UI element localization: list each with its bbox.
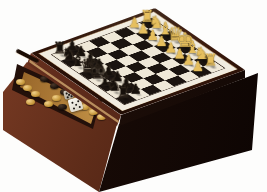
yellow-checker-disc [16, 79, 25, 85]
black-rook-piece: ♜ [115, 84, 130, 100]
black-checker-disc [58, 104, 67, 110]
yellow-checker-disc [23, 85, 32, 91]
yellow-checker-disc [26, 99, 35, 105]
chess-set-photo: ♜♞♝♛♚♝♞♜♟♟♟♟♟♟♟♟♟♟♟♟♟♟♟♟♜♞♝♛♚♝♞♜ [0, 0, 267, 192]
yellow-checker-disc [44, 101, 53, 107]
die-pip [71, 101, 74, 104]
die-pip [70, 95, 72, 97]
yellow-checker-disc [31, 91, 40, 97]
die-pip [77, 100, 80, 103]
white-pawn-piece: ♟ [190, 59, 205, 73]
die-pip [75, 103, 78, 106]
die-pip [78, 105, 81, 108]
yellow-checker-disc [52, 95, 61, 101]
die-pip [66, 96, 68, 98]
die-pip [73, 107, 76, 110]
